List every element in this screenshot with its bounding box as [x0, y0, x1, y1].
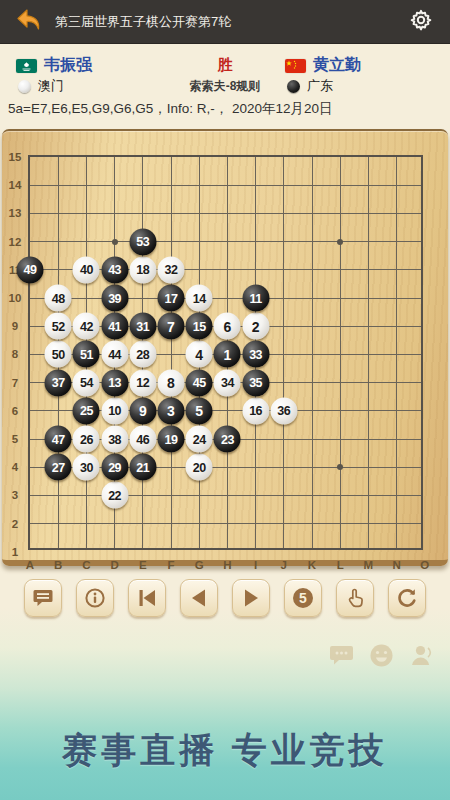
grid-line — [30, 495, 421, 496]
gear-icon — [409, 8, 433, 36]
stone-white-C11: 40 — [73, 256, 100, 283]
row-label: 13 — [4, 207, 26, 219]
smiley-icon[interactable] — [366, 640, 396, 670]
col-label: N — [386, 559, 408, 571]
previous-move-button[interactable] — [180, 579, 218, 617]
col-label: F — [160, 559, 182, 571]
stone-white-C7: 54 — [73, 369, 100, 396]
row-label: 2 — [4, 518, 26, 530]
col-label: K — [301, 559, 323, 571]
social-icon-row — [326, 640, 436, 670]
grid-line — [30, 298, 421, 299]
jump-five-moves-button[interactable]: 5 — [284, 579, 322, 617]
col-label: G — [188, 559, 210, 571]
grid-line — [368, 157, 369, 548]
grid-line — [30, 185, 421, 186]
col-label: L — [329, 559, 351, 571]
stone-black-H8: 1 — [214, 341, 241, 368]
row-label: 7 — [4, 377, 26, 389]
skip-start-icon — [136, 587, 158, 609]
grid-line — [171, 157, 172, 548]
row-label: 6 — [4, 405, 26, 417]
stone-white-G10: 14 — [186, 285, 213, 312]
app-screen: 第三届世界五子棋公开赛第7轮 韦振强 澳门 胜 索索夫- — [0, 0, 450, 800]
grid-line — [283, 157, 284, 548]
opening-info-line: 5a=E7,E6,E5,G9,G6,G5，Info: R,-， 2020年12月… — [8, 100, 333, 118]
stone-white-C5: 26 — [73, 426, 100, 453]
hand-pointer-icon — [344, 587, 366, 609]
stone-black-G9: 15 — [186, 313, 213, 340]
stone-white-F7: 8 — [158, 369, 185, 396]
jump-count-label: 5 — [299, 590, 307, 606]
col-label: M — [357, 559, 379, 571]
row-label: 4 — [4, 461, 26, 473]
stone-white-C4: 30 — [73, 454, 100, 481]
stone-white-E8: 28 — [129, 341, 156, 368]
col-label: H — [216, 559, 238, 571]
stone-black-D7: 13 — [101, 369, 128, 396]
stone-black-I8: 33 — [242, 341, 269, 368]
row-label: 10 — [4, 292, 26, 304]
col-label: C — [75, 559, 97, 571]
chat-icon[interactable] — [326, 640, 356, 670]
col-label: A — [19, 559, 41, 571]
stone-black-F10: 17 — [158, 285, 185, 312]
grid-line — [30, 241, 421, 242]
col-label: D — [104, 559, 126, 571]
settings-button[interactable] — [404, 5, 438, 39]
board-grid[interactable]: 151413121110987654321ABCDEFGHIJKLMNO1234… — [28, 155, 423, 550]
stone-white-D3: 22 — [101, 482, 128, 509]
stone-white-E5: 46 — [129, 426, 156, 453]
stone-black-I7: 35 — [242, 369, 269, 396]
stone-black-E12: 53 — [129, 228, 156, 255]
stone-black-D11: 43 — [101, 256, 128, 283]
row-label: 5 — [4, 433, 26, 445]
stone-white-I9: 2 — [242, 313, 269, 340]
back-arrow-icon — [16, 9, 42, 35]
row-label: 9 — [4, 320, 26, 332]
row-label: 14 — [4, 179, 26, 191]
stone-white-G4: 20 — [186, 454, 213, 481]
star-point — [337, 464, 343, 470]
stone-white-E7: 12 — [129, 369, 156, 396]
right-triangle-icon — [240, 587, 262, 609]
stone-white-G8: 4 — [186, 341, 213, 368]
stone-white-B8: 50 — [45, 341, 72, 368]
stone-black-I10: 11 — [242, 285, 269, 312]
grid-line — [340, 157, 341, 548]
stone-black-B7: 37 — [45, 369, 72, 396]
grid-line — [396, 157, 397, 548]
stone-white-B9: 52 — [45, 313, 72, 340]
stone-black-F9: 7 — [158, 313, 185, 340]
top-bar: 第三届世界五子棋公开赛第7轮 — [0, 0, 450, 43]
pointer-tool-button[interactable] — [336, 579, 374, 617]
back-button[interactable] — [12, 7, 46, 37]
stone-black-F5: 19 — [158, 426, 185, 453]
right-player: 黄立勤 — [285, 55, 361, 76]
stone-black-G6: 5 — [186, 397, 213, 424]
stone-white-D6: 10 — [101, 397, 128, 424]
stone-white-C9: 42 — [73, 313, 100, 340]
stone-black-D4: 29 — [101, 454, 128, 481]
rule-label: 索索夫-8规则 — [0, 78, 450, 95]
china-flag-icon — [285, 59, 306, 73]
stone-black-B5: 47 — [45, 426, 72, 453]
info-icon — [84, 587, 106, 609]
stone-black-D10: 39 — [101, 285, 128, 312]
restart-button[interactable] — [388, 579, 426, 617]
col-label: O — [414, 559, 436, 571]
row-label: 12 — [4, 236, 26, 248]
star-point — [337, 239, 343, 245]
stone-black-A11: 49 — [17, 256, 44, 283]
stone-white-G5: 24 — [186, 426, 213, 453]
info-button[interactable] — [76, 579, 114, 617]
right-player-region: 广东 — [307, 77, 333, 95]
refresh-icon — [396, 587, 418, 609]
col-label: E — [132, 559, 154, 571]
gomoku-board[interactable]: 151413121110987654321ABCDEFGHIJKLMNO1234… — [2, 129, 448, 566]
right-player-name: 黄立勤 — [313, 55, 361, 76]
black-stone-icon — [287, 80, 300, 93]
left-triangle-icon — [188, 587, 210, 609]
col-label: J — [273, 559, 295, 571]
stone-white-D5: 38 — [101, 426, 128, 453]
speech-bubble-icon — [32, 587, 54, 609]
col-label: B — [47, 559, 69, 571]
stone-white-H7: 34 — [214, 369, 241, 396]
stone-white-D8: 44 — [101, 341, 128, 368]
grid-line — [30, 213, 421, 214]
stone-black-C6: 25 — [73, 397, 100, 424]
stone-black-D9: 41 — [101, 313, 128, 340]
star-point — [112, 239, 118, 245]
stone-white-F11: 32 — [158, 256, 185, 283]
page-title: 第三届世界五子棋公开赛第7轮 — [55, 13, 404, 31]
stone-black-G7: 45 — [186, 369, 213, 396]
replay-toolbar: 5 — [0, 579, 450, 617]
next-move-button[interactable] — [232, 579, 270, 617]
comment-button[interactable] — [24, 579, 62, 617]
grid-line — [30, 523, 421, 524]
stone-black-C8: 51 — [73, 341, 100, 368]
stone-white-E11: 18 — [129, 256, 156, 283]
skip-to-start-button[interactable] — [128, 579, 166, 617]
contacts-icon[interactable] — [406, 640, 436, 670]
stone-black-F6: 3 — [158, 397, 185, 424]
row-label: 15 — [4, 151, 26, 163]
row-label: 8 — [4, 348, 26, 360]
stone-white-H9: 6 — [214, 313, 241, 340]
stone-white-J6: 36 — [270, 397, 297, 424]
row-label: 1 — [4, 546, 26, 558]
circled-5-icon: 5 — [291, 586, 315, 610]
stone-white-I6: 16 — [242, 397, 269, 424]
grid-line — [312, 157, 313, 548]
banner-text: 赛事直播 专业竞技 — [0, 727, 450, 774]
stone-black-E4: 21 — [129, 454, 156, 481]
stone-black-B4: 27 — [45, 454, 72, 481]
col-label: I — [245, 559, 267, 571]
stone-white-B10: 48 — [45, 285, 72, 312]
stone-black-E9: 31 — [129, 313, 156, 340]
result-label: 胜 — [0, 56, 450, 75]
match-header: 韦振强 澳门 胜 索索夫-8规则 黄立勤 广东 5a=E7,E6,E5,G9,G… — [0, 43, 450, 130]
stone-black-E6: 9 — [129, 397, 156, 424]
stone-black-H5: 23 — [214, 426, 241, 453]
row-label: 3 — [4, 489, 26, 501]
right-player-sub: 广东 — [287, 77, 333, 95]
